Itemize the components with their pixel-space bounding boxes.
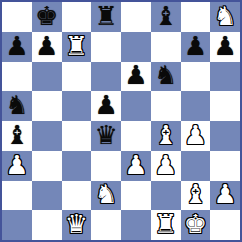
square-d5[interactable]: ♟	[91, 91, 121, 121]
square-d7[interactable]	[91, 32, 121, 62]
square-e6[interactable]: ♟	[121, 62, 151, 92]
square-e3[interactable]: ♟	[121, 151, 151, 181]
piece-black-bishop[interactable]: ♝	[154, 3, 177, 29]
square-f5[interactable]	[151, 91, 181, 121]
square-h6[interactable]	[210, 62, 240, 92]
piece-black-pawn[interactable]: ♟	[124, 62, 147, 88]
square-h4[interactable]	[210, 121, 240, 151]
piece-white-pawn[interactable]: ♟	[124, 152, 147, 178]
piece-black-knight[interactable]: ♞	[5, 92, 28, 118]
piece-white-knight[interactable]: ♞	[94, 181, 117, 207]
square-d6[interactable]	[91, 62, 121, 92]
chess-board: ♚♜♝♞♟♟♜♟♟♟♞♞♟♝♛♝♟♟♟♟♞♝♟♛♜♚	[0, 0, 242, 242]
square-b5[interactable]	[32, 91, 62, 121]
piece-white-queen[interactable]: ♛	[65, 211, 88, 237]
square-b6[interactable]	[32, 62, 62, 92]
square-b4[interactable]	[32, 121, 62, 151]
square-g3[interactable]	[181, 151, 211, 181]
square-a1[interactable]	[2, 210, 32, 240]
square-b8[interactable]: ♚	[32, 2, 62, 32]
square-h1[interactable]	[210, 210, 240, 240]
square-c5[interactable]	[62, 91, 92, 121]
square-e4[interactable]	[121, 121, 151, 151]
square-b7[interactable]: ♟	[32, 32, 62, 62]
square-f1[interactable]: ♜	[151, 210, 181, 240]
square-c8[interactable]	[62, 2, 92, 32]
square-c1[interactable]: ♛	[62, 210, 92, 240]
piece-black-king[interactable]: ♚	[35, 3, 58, 29]
piece-black-pawn[interactable]: ♟	[35, 33, 58, 59]
piece-white-rook[interactable]: ♜	[154, 211, 177, 237]
square-c7[interactable]: ♜	[62, 32, 92, 62]
square-b3[interactable]	[32, 151, 62, 181]
piece-white-pawn[interactable]: ♟	[213, 181, 236, 207]
piece-white-rook[interactable]: ♜	[65, 33, 88, 59]
square-c2[interactable]	[62, 181, 92, 211]
square-g7[interactable]: ♟	[181, 32, 211, 62]
square-g2[interactable]: ♝	[181, 181, 211, 211]
square-a4[interactable]: ♝	[2, 121, 32, 151]
square-f2[interactable]	[151, 181, 181, 211]
square-d2[interactable]: ♞	[91, 181, 121, 211]
square-h8[interactable]: ♞	[210, 2, 240, 32]
square-d4[interactable]: ♛	[91, 121, 121, 151]
piece-black-pawn[interactable]: ♟	[213, 33, 236, 59]
square-a2[interactable]	[2, 181, 32, 211]
square-a5[interactable]: ♞	[2, 91, 32, 121]
square-f4[interactable]: ♝	[151, 121, 181, 151]
square-c4[interactable]	[62, 121, 92, 151]
piece-black-bishop[interactable]: ♝	[5, 122, 28, 148]
square-d8[interactable]: ♜	[91, 2, 121, 32]
piece-black-pawn[interactable]: ♟	[184, 33, 207, 59]
square-g4[interactable]: ♟	[181, 121, 211, 151]
square-a7[interactable]: ♟	[2, 32, 32, 62]
piece-black-knight[interactable]: ♞	[154, 62, 177, 88]
piece-black-pawn[interactable]: ♟	[5, 33, 28, 59]
square-f3[interactable]: ♟	[151, 151, 181, 181]
square-g8[interactable]	[181, 2, 211, 32]
square-h5[interactable]	[210, 91, 240, 121]
square-b1[interactable]	[32, 210, 62, 240]
square-e1[interactable]	[121, 210, 151, 240]
piece-white-knight[interactable]: ♞	[213, 3, 236, 29]
square-f6[interactable]: ♞	[151, 62, 181, 92]
piece-black-queen[interactable]: ♛	[94, 122, 117, 148]
piece-white-king[interactable]: ♚	[184, 211, 207, 237]
square-f7[interactable]	[151, 32, 181, 62]
square-c3[interactable]	[62, 151, 92, 181]
square-f8[interactable]: ♝	[151, 2, 181, 32]
square-h7[interactable]: ♟	[210, 32, 240, 62]
square-d3[interactable]	[91, 151, 121, 181]
square-a8[interactable]	[2, 2, 32, 32]
piece-white-pawn[interactable]: ♟	[154, 152, 177, 178]
square-g5[interactable]	[181, 91, 211, 121]
square-a6[interactable]	[2, 62, 32, 92]
square-h3[interactable]	[210, 151, 240, 181]
square-e2[interactable]	[121, 181, 151, 211]
square-g1[interactable]: ♚	[181, 210, 211, 240]
square-e7[interactable]	[121, 32, 151, 62]
square-b2[interactable]	[32, 181, 62, 211]
square-e8[interactable]	[121, 2, 151, 32]
piece-black-pawn[interactable]: ♟	[94, 92, 117, 118]
piece-black-rook[interactable]: ♜	[94, 3, 117, 29]
piece-white-bishop[interactable]: ♝	[154, 122, 177, 148]
piece-white-bishop[interactable]: ♝	[184, 181, 207, 207]
square-d1[interactable]	[91, 210, 121, 240]
piece-white-pawn[interactable]: ♟	[184, 122, 207, 148]
square-g6[interactable]	[181, 62, 211, 92]
square-h2[interactable]: ♟	[210, 181, 240, 211]
square-c6[interactable]	[62, 62, 92, 92]
piece-white-pawn[interactable]: ♟	[5, 152, 28, 178]
square-e5[interactable]	[121, 91, 151, 121]
square-a3[interactable]: ♟	[2, 151, 32, 181]
